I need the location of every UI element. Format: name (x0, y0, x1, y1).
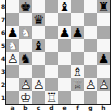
piece-black-rook-h8: ♜ (97, 0, 110, 13)
square-a4[interactable]: ♟♙ (6, 52, 19, 65)
square-d4[interactable] (45, 52, 58, 65)
square-c7[interactable]: ♛ (32, 13, 45, 26)
file-label-b: b (19, 104, 32, 111)
piece-black-queen-c7: ♛ (32, 13, 45, 26)
square-g4[interactable] (84, 52, 97, 65)
white-pawn-outline: ♙ (6, 52, 19, 65)
square-e6[interactable]: ♟ (58, 26, 71, 39)
square-h1[interactable] (97, 91, 110, 104)
square-a1[interactable] (6, 91, 19, 104)
square-b8[interactable]: ♚ (19, 0, 32, 13)
square-h4[interactable]: ♟ (97, 52, 110, 65)
square-b4[interactable]: ♞ (19, 52, 32, 65)
piece-white-pawn-g2: ♟♙ (84, 78, 97, 91)
square-h2[interactable]: ♟♙ (97, 78, 110, 91)
square-g8[interactable] (84, 0, 97, 13)
piece-black-bishop-e8: ♝ (58, 0, 71, 13)
white-rook-outline: ♖ (45, 91, 58, 104)
white-pawn-outline: ♙ (97, 78, 110, 91)
square-c5[interactable]: ♝ (32, 39, 45, 52)
black-queen-fill: ♛ (32, 13, 45, 26)
square-a3[interactable] (6, 65, 19, 78)
square-d7[interactable] (45, 13, 58, 26)
file-labels: abcdefgh (6, 104, 110, 111)
square-a8[interactable] (6, 0, 19, 13)
black-rook-fill: ♜ (97, 0, 110, 13)
file-label-f: f (71, 104, 84, 111)
white-king-outline: ♔ (19, 91, 32, 104)
square-h8[interactable]: ♜ (97, 0, 110, 13)
black-pawn-fill: ♟ (71, 26, 84, 39)
square-d1[interactable]: ♜♖ (45, 91, 58, 104)
piece-white-king-b1: ♚♔ (19, 91, 32, 104)
piece-black-pawn-f6: ♟ (71, 26, 84, 39)
square-f8[interactable] (71, 0, 84, 13)
chess-board[interactable]: ♚♝♜♛♟♞♘♟♟♞♘♝♟♙♞♟♝♗♟♙♟♙♛♕♟♙♟♙♚♔♜♖ (6, 0, 110, 104)
square-c4[interactable] (32, 52, 45, 65)
piece-white-queen-f2: ♛♕ (71, 78, 84, 91)
piece-black-pawn-h4: ♟ (97, 52, 110, 65)
white-pawn-outline: ♙ (84, 78, 97, 91)
black-pawn-fill: ♟ (58, 26, 71, 39)
square-h7[interactable] (97, 13, 110, 26)
piece-white-rook-d1: ♜♖ (45, 91, 58, 104)
square-g7[interactable] (84, 13, 97, 26)
square-b1[interactable]: ♚♔ (19, 91, 32, 104)
file-label-a: a (6, 104, 19, 111)
square-e8[interactable]: ♝ (58, 0, 71, 13)
square-e4[interactable] (58, 52, 71, 65)
square-e3[interactable] (58, 65, 71, 78)
square-g6[interactable] (84, 26, 97, 39)
black-king-fill: ♚ (19, 0, 32, 13)
square-g2[interactable]: ♟♙ (84, 78, 97, 91)
piece-white-pawn-a4: ♟♙ (6, 52, 19, 65)
square-d6[interactable] (45, 26, 58, 39)
white-knight-outline: ♘ (19, 26, 32, 39)
white-queen-outline: ♕ (71, 78, 84, 91)
square-c2[interactable]: ♟♙ (32, 78, 45, 91)
square-g5[interactable] (84, 39, 97, 52)
file-label-g: g (84, 104, 97, 111)
white-pawn-outline: ♙ (32, 78, 45, 91)
piece-black-pawn-e6: ♟ (58, 26, 71, 39)
square-b6[interactable]: ♞♘ (19, 26, 32, 39)
square-f5[interactable] (71, 39, 84, 52)
piece-white-pawn-c2: ♟♙ (32, 78, 45, 91)
square-e2[interactable] (58, 78, 71, 91)
square-g1[interactable] (84, 91, 97, 104)
square-e5[interactable] (58, 39, 71, 52)
piece-white-pawn-h2: ♟♙ (97, 78, 110, 91)
square-c1[interactable] (32, 91, 45, 104)
piece-black-king-b8: ♚ (19, 0, 32, 13)
square-d5[interactable] (45, 39, 58, 52)
black-pawn-fill: ♟ (97, 52, 110, 65)
file-label-c: c (32, 104, 45, 111)
file-label-h: h (97, 104, 110, 111)
black-knight-fill: ♞ (19, 52, 32, 65)
piece-black-bishop-c5: ♝ (32, 39, 45, 52)
black-bishop-fill: ♝ (58, 0, 71, 13)
chess-diagram: 87654321 ♚♝♜♛♟♞♘♟♟♞♘♝♟♙♞♟♝♗♟♙♟♙♛♕♟♙♟♙♚♔♜… (0, 0, 111, 111)
piece-black-knight-b4: ♞ (19, 52, 32, 65)
square-f2[interactable]: ♛♕ (71, 78, 84, 91)
square-e1[interactable] (58, 91, 71, 104)
square-f1[interactable] (71, 91, 84, 104)
square-d8[interactable] (45, 0, 58, 13)
file-label-e: e (58, 104, 71, 111)
piece-white-knight-b6: ♞♘ (19, 26, 32, 39)
square-d3[interactable] (45, 65, 58, 78)
square-h6[interactable] (97, 26, 110, 39)
square-a2[interactable] (6, 78, 19, 91)
square-f6[interactable]: ♟ (71, 26, 84, 39)
black-bishop-fill: ♝ (32, 39, 45, 52)
file-label-d: d (45, 104, 58, 111)
